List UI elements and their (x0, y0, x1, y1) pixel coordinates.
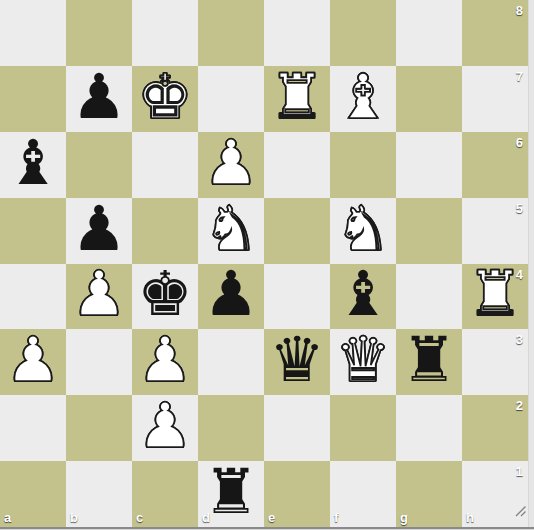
rank-label-2: 2 (516, 398, 523, 413)
square-d3[interactable] (198, 329, 264, 395)
square-f7[interactable]: ♝ (330, 66, 396, 132)
black-pawn[interactable]: ♟ (66, 64, 132, 130)
square-g5[interactable] (396, 198, 462, 264)
square-e8[interactable] (264, 0, 330, 66)
window-right-edge (528, 0, 534, 527)
square-g4[interactable] (396, 264, 462, 330)
white-pawn[interactable]: ♟ (132, 393, 198, 459)
square-c8[interactable] (132, 0, 198, 66)
black-rook[interactable]: ♜ (396, 327, 462, 393)
black-bishop[interactable]: ♝ (0, 130, 66, 196)
square-h3[interactable]: 3 (462, 329, 528, 395)
square-a1[interactable]: a (0, 461, 66, 527)
white-pawn[interactable]: ♟ (132, 327, 198, 393)
square-e7[interactable]: ♜ (264, 66, 330, 132)
square-f6[interactable] (330, 132, 396, 198)
white-king[interactable]: ♚ (132, 64, 198, 130)
square-c2[interactable]: ♟ (132, 395, 198, 461)
square-b1[interactable]: b (66, 461, 132, 527)
file-label-c: c (136, 510, 143, 525)
square-e4[interactable] (264, 264, 330, 330)
square-b3[interactable] (66, 329, 132, 395)
white-knight[interactable]: ♞ (198, 196, 264, 262)
square-e2[interactable] (264, 395, 330, 461)
square-f1[interactable]: f (330, 461, 396, 527)
square-h4[interactable]: ♜4 (462, 264, 528, 330)
square-e1[interactable]: e (264, 461, 330, 527)
black-bishop[interactable]: ♝ (330, 262, 396, 328)
rank-label-7: 7 (516, 69, 523, 84)
file-label-g: g (400, 510, 408, 525)
square-c6[interactable] (132, 132, 198, 198)
black-pawn[interactable]: ♟ (198, 262, 264, 328)
rank-label-1: 1 (516, 464, 523, 479)
white-knight[interactable]: ♞ (330, 196, 396, 262)
square-d4[interactable]: ♟ (198, 264, 264, 330)
rank-label-5: 5 (516, 201, 523, 216)
white-pawn[interactable]: ♟ (0, 327, 66, 393)
white-bishop[interactable]: ♝ (330, 64, 396, 130)
square-c1[interactable]: c (132, 461, 198, 527)
square-g6[interactable] (396, 132, 462, 198)
black-pawn[interactable]: ♟ (66, 196, 132, 262)
square-c5[interactable] (132, 198, 198, 264)
square-b5[interactable]: ♟ (66, 198, 132, 264)
square-c7[interactable]: ♚ (132, 66, 198, 132)
board-resize-handle-icon[interactable] (513, 504, 527, 518)
square-g2[interactable] (396, 395, 462, 461)
square-h5[interactable]: 5 (462, 198, 528, 264)
white-queen[interactable]: ♛ (330, 327, 396, 393)
square-a7[interactable] (0, 66, 66, 132)
square-b8[interactable] (66, 0, 132, 66)
square-b4[interactable]: ♟ (66, 264, 132, 330)
square-d8[interactable] (198, 0, 264, 66)
square-b2[interactable] (66, 395, 132, 461)
square-d5[interactable]: ♞ (198, 198, 264, 264)
square-a8[interactable] (0, 0, 66, 66)
square-e6[interactable] (264, 132, 330, 198)
file-label-b: b (70, 510, 78, 525)
square-f3[interactable]: ♛ (330, 329, 396, 395)
square-g1[interactable]: g (396, 461, 462, 527)
black-queen[interactable]: ♛ (264, 327, 330, 393)
file-label-a: a (4, 510, 11, 525)
square-h8[interactable]: 8 (462, 0, 528, 66)
square-a3[interactable]: ♟ (0, 329, 66, 395)
square-e3[interactable]: ♛ (264, 329, 330, 395)
square-d7[interactable] (198, 66, 264, 132)
square-h6[interactable]: 6 (462, 132, 528, 198)
white-rook[interactable]: ♜ (264, 64, 330, 130)
square-c3[interactable]: ♟ (132, 329, 198, 395)
black-rook[interactable]: ♜ (198, 459, 264, 525)
rank-label-3: 3 (516, 332, 523, 347)
square-b6[interactable] (66, 132, 132, 198)
chess-board: 8♟♚♜♝7♝♟6♟♞♞5♟♚♟♝♜4♟♟♛♛♜3♟2abc♜defg1h (0, 0, 528, 527)
square-a2[interactable] (0, 395, 66, 461)
square-h7[interactable]: 7 (462, 66, 528, 132)
square-f8[interactable] (330, 0, 396, 66)
white-rook[interactable]: ♜ (462, 262, 528, 328)
square-a4[interactable] (0, 264, 66, 330)
square-h2[interactable]: 2 (462, 395, 528, 461)
square-e5[interactable] (264, 198, 330, 264)
black-king[interactable]: ♚ (132, 262, 198, 328)
square-f5[interactable]: ♞ (330, 198, 396, 264)
rank-label-6: 6 (516, 135, 523, 150)
square-d1[interactable]: ♜d (198, 461, 264, 527)
square-d2[interactable] (198, 395, 264, 461)
file-label-e: e (268, 510, 275, 525)
square-g3[interactable]: ♜ (396, 329, 462, 395)
file-label-f: f (334, 510, 338, 525)
square-g7[interactable] (396, 66, 462, 132)
square-d6[interactable]: ♟ (198, 132, 264, 198)
chess-board-panel: 8♟♚♜♝7♝♟6♟♞♞5♟♚♟♝♜4♟♟♛♛♜3♟2abc♜defg1h (0, 0, 534, 530)
square-a5[interactable] (0, 198, 66, 264)
square-f4[interactable]: ♝ (330, 264, 396, 330)
rank-label-8: 8 (516, 3, 523, 18)
square-b7[interactable]: ♟ (66, 66, 132, 132)
white-pawn[interactable]: ♟ (198, 130, 264, 196)
square-a6[interactable]: ♝ (0, 132, 66, 198)
square-f2[interactable] (330, 395, 396, 461)
file-label-h: h (466, 510, 474, 525)
square-g8[interactable] (396, 0, 462, 66)
square-c4[interactable]: ♚ (132, 264, 198, 330)
white-pawn[interactable]: ♟ (66, 262, 132, 328)
